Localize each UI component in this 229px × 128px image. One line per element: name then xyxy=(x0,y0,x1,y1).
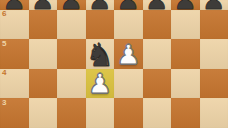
chess-board-viewport: ♟♟♟♟♟♟♟♟65♞♟4♟3 xyxy=(0,0,228,128)
square-a4[interactable]: 4 xyxy=(0,69,29,99)
square-e3[interactable] xyxy=(114,98,143,128)
square-f7[interactable]: ♟ xyxy=(143,0,172,10)
square-h5[interactable] xyxy=(200,39,229,69)
square-e5[interactable]: ♟ xyxy=(114,39,143,69)
square-f6[interactable] xyxy=(143,10,172,40)
square-g5[interactable] xyxy=(171,39,200,69)
square-d5[interactable]: ♞ xyxy=(86,39,115,69)
square-h6[interactable] xyxy=(200,10,229,40)
square-h3[interactable] xyxy=(200,98,229,128)
square-h4[interactable] xyxy=(200,69,229,99)
square-d4[interactable]: ♟ xyxy=(86,69,115,99)
white-pawn[interactable]: ♟ xyxy=(116,41,140,68)
square-c3[interactable] xyxy=(57,98,86,128)
square-d7[interactable]: ♟ xyxy=(86,0,115,10)
square-h7[interactable]: ♟ xyxy=(200,0,229,10)
square-g7[interactable]: ♟ xyxy=(171,0,200,10)
square-b5[interactable] xyxy=(29,39,58,69)
square-c7[interactable]: ♟ xyxy=(57,0,86,10)
chess-board: ♟♟♟♟♟♟♟♟65♞♟4♟3 xyxy=(0,0,228,128)
square-f5[interactable] xyxy=(143,39,172,69)
square-b7[interactable]: ♟ xyxy=(29,0,58,10)
square-c6[interactable] xyxy=(57,10,86,40)
square-b4[interactable] xyxy=(29,69,58,99)
square-b3[interactable] xyxy=(29,98,58,128)
rank-label-4: 4 xyxy=(2,69,6,77)
square-e7[interactable]: ♟ xyxy=(114,0,143,10)
rank-label-3: 3 xyxy=(2,99,6,107)
square-a5[interactable]: 5 xyxy=(0,39,29,69)
square-g6[interactable] xyxy=(171,10,200,40)
square-f3[interactable] xyxy=(143,98,172,128)
square-a6[interactable]: 6 xyxy=(0,10,29,40)
square-f4[interactable] xyxy=(143,69,172,99)
square-g3[interactable] xyxy=(171,98,200,128)
square-e6[interactable] xyxy=(114,10,143,40)
square-c5[interactable] xyxy=(57,39,86,69)
black-knight[interactable]: ♞ xyxy=(85,39,114,71)
rank-label-5: 5 xyxy=(2,40,6,48)
white-pawn[interactable]: ♟ xyxy=(88,71,112,98)
square-a3[interactable]: 3 xyxy=(0,98,29,128)
square-e4[interactable] xyxy=(114,69,143,99)
square-c4[interactable] xyxy=(57,69,86,99)
square-b6[interactable] xyxy=(29,10,58,40)
rank-label-6: 6 xyxy=(2,10,6,18)
square-d6[interactable] xyxy=(86,10,115,40)
square-g4[interactable] xyxy=(171,69,200,99)
square-d3[interactable] xyxy=(86,98,115,128)
